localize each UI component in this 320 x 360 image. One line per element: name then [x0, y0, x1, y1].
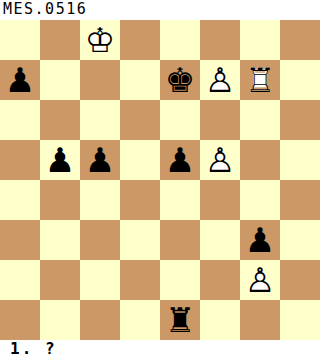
piece-white-pawn[interactable]: ♟♙ [200, 60, 240, 100]
square-h2[interactable] [280, 260, 320, 300]
square-h6[interactable] [280, 100, 320, 140]
square-a1[interactable] [0, 300, 40, 340]
square-h3[interactable] [280, 220, 320, 260]
square-g8[interactable] [240, 20, 280, 60]
square-g6[interactable] [240, 100, 280, 140]
square-h5[interactable] [280, 140, 320, 180]
square-e6[interactable] [160, 100, 200, 140]
square-d2[interactable] [120, 260, 160, 300]
black-rook-glyph: ♜ [165, 300, 195, 340]
square-a5[interactable] [0, 140, 40, 180]
square-a3[interactable] [0, 220, 40, 260]
square-d3[interactable] [120, 220, 160, 260]
black-pawn-glyph: ♟ [45, 140, 75, 180]
piece-black-pawn[interactable]: ♟ [240, 220, 280, 260]
square-a6[interactable] [0, 100, 40, 140]
square-c2[interactable] [80, 260, 120, 300]
black-pawn-glyph: ♟ [85, 140, 115, 180]
square-h1[interactable] [280, 300, 320, 340]
square-e3[interactable] [160, 220, 200, 260]
piece-white-pawn[interactable]: ♟♙ [240, 260, 280, 300]
piece-black-pawn[interactable]: ♟ [80, 140, 120, 180]
black-pawn-glyph: ♟ [245, 220, 275, 260]
square-f4[interactable] [200, 180, 240, 220]
square-f7[interactable]: ♟♙ [200, 60, 240, 100]
square-b4[interactable] [40, 180, 80, 220]
square-b2[interactable] [40, 260, 80, 300]
square-e4[interactable] [160, 180, 200, 220]
white-king-glyph: ♔ [85, 20, 115, 60]
square-h7[interactable] [280, 60, 320, 100]
square-d1[interactable] [120, 300, 160, 340]
square-f6[interactable] [200, 100, 240, 140]
black-pawn-glyph: ♟ [165, 140, 195, 180]
square-d5[interactable] [120, 140, 160, 180]
square-f3[interactable] [200, 220, 240, 260]
square-g5[interactable] [240, 140, 280, 180]
black-pawn-glyph: ♟ [5, 60, 35, 100]
square-a4[interactable] [0, 180, 40, 220]
square-e1[interactable]: ♜ [160, 300, 200, 340]
piece-white-king[interactable]: ♚♔ [80, 20, 120, 60]
square-c7[interactable] [80, 60, 120, 100]
square-c4[interactable] [80, 180, 120, 220]
square-b6[interactable] [40, 100, 80, 140]
square-c5[interactable]: ♟ [80, 140, 120, 180]
chess-board: ♚♔♟♚♟♙♜♖♟♟♟♟♙♟♟♙♜ [0, 20, 320, 340]
chess-diagram: MES.0516 ♚♔♟♚♟♙♜♖♟♟♟♟♙♟♟♙♜ 1. ? [0, 0, 320, 360]
square-g7[interactable]: ♜♖ [240, 60, 280, 100]
piece-black-pawn[interactable]: ♟ [0, 60, 40, 100]
square-c3[interactable] [80, 220, 120, 260]
square-e2[interactable] [160, 260, 200, 300]
square-c1[interactable] [80, 300, 120, 340]
square-a7[interactable]: ♟ [0, 60, 40, 100]
square-h8[interactable] [280, 20, 320, 60]
piece-black-pawn[interactable]: ♟ [160, 140, 200, 180]
square-b3[interactable] [40, 220, 80, 260]
square-b1[interactable] [40, 300, 80, 340]
square-g3[interactable]: ♟ [240, 220, 280, 260]
piece-black-king[interactable]: ♚ [160, 60, 200, 100]
white-rook-glyph: ♖ [245, 60, 275, 100]
square-g2[interactable]: ♟♙ [240, 260, 280, 300]
black-king-glyph: ♚ [165, 60, 195, 100]
square-b8[interactable] [40, 20, 80, 60]
square-d6[interactable] [120, 100, 160, 140]
square-b7[interactable] [40, 60, 80, 100]
white-pawn-glyph: ♙ [205, 140, 235, 180]
square-g4[interactable] [240, 180, 280, 220]
piece-white-rook[interactable]: ♜♖ [240, 60, 280, 100]
square-a2[interactable] [0, 260, 40, 300]
piece-white-pawn[interactable]: ♟♙ [200, 140, 240, 180]
square-g1[interactable] [240, 300, 280, 340]
diagram-title: MES.0516 [0, 0, 320, 20]
square-e8[interactable] [160, 20, 200, 60]
move-prompt: 1. ? [0, 340, 320, 360]
square-f2[interactable] [200, 260, 240, 300]
square-h4[interactable] [280, 180, 320, 220]
piece-black-pawn[interactable]: ♟ [40, 140, 80, 180]
square-f8[interactable] [200, 20, 240, 60]
white-pawn-glyph: ♙ [245, 260, 275, 300]
square-a8[interactable] [0, 20, 40, 60]
square-f5[interactable]: ♟♙ [200, 140, 240, 180]
square-c6[interactable] [80, 100, 120, 140]
square-e7[interactable]: ♚ [160, 60, 200, 100]
piece-black-rook[interactable]: ♜ [160, 300, 200, 340]
square-e5[interactable]: ♟ [160, 140, 200, 180]
square-b5[interactable]: ♟ [40, 140, 80, 180]
white-pawn-glyph: ♙ [205, 60, 235, 100]
square-d7[interactable] [120, 60, 160, 100]
square-f1[interactable] [200, 300, 240, 340]
square-d8[interactable] [120, 20, 160, 60]
square-d4[interactable] [120, 180, 160, 220]
square-c8[interactable]: ♚♔ [80, 20, 120, 60]
